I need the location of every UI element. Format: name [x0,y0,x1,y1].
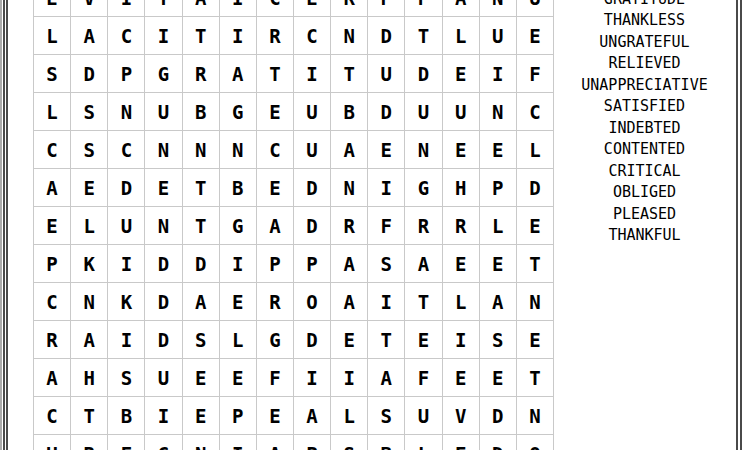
grid-cell[interactable]: C [34,397,71,435]
grid-cell[interactable]: O [517,435,554,450]
grid-cell[interactable]: T [183,17,220,55]
worksheet-page: EVITAICERPPANULACITIRCNDTLUESDPGRATITUDE… [0,0,750,450]
grid-cell[interactable]: N [517,397,554,435]
grid-cell[interactable]: N [183,131,220,169]
grid-cell[interactable]: E [480,245,517,283]
grid-cell[interactable]: S [71,131,108,169]
grid-cell[interactable]: L [517,131,554,169]
page-border-right-outer-line [740,0,742,450]
grid-cell[interactable]: T [368,321,405,359]
grid-cell[interactable]: P [368,0,405,17]
grid-cell[interactable]: N [517,283,554,321]
grid-cell[interactable]: G [145,435,182,450]
grid-cell[interactable]: C [257,0,294,17]
grid-cell[interactable]: U [145,93,182,131]
grid-cell[interactable]: C [108,131,145,169]
grid-cell[interactable]: D [405,55,442,93]
grid-cell[interactable]: I [145,17,182,55]
grid-cell[interactable]: S [480,321,517,359]
grid-cell[interactable]: L [405,435,442,450]
page-border-right-inner-line [736,0,738,450]
grid-cell[interactable]: F [405,359,442,397]
grid-cell[interactable]: A [71,321,108,359]
grid-cell[interactable]: N [331,169,368,207]
grid-cell[interactable]: L [34,93,71,131]
grid-cell[interactable]: N [183,435,220,450]
grid-cell[interactable]: E [443,131,480,169]
grid-cell[interactable]: E [443,55,480,93]
grid-cell[interactable]: I [220,435,257,450]
grid-cell[interactable]: P [294,245,331,283]
grid-cell[interactable]: I [108,245,145,283]
grid-cell[interactable]: D [480,397,517,435]
grid-cell[interactable]: C [257,131,294,169]
grid-cell[interactable]: S [368,397,405,435]
grid-cell[interactable]: R [257,17,294,55]
grid-cell[interactable]: R [71,435,108,450]
grid-cell[interactable]: U [108,207,145,245]
grid-cell[interactable]: A [480,283,517,321]
grid-cell[interactable]: R [183,55,220,93]
grid-cell[interactable]: U [405,397,442,435]
grid-cell[interactable]: A [405,245,442,283]
grid-cell[interactable]: T [405,283,442,321]
grid-cell[interactable]: E [517,17,554,55]
grid-cell[interactable]: B [331,93,368,131]
grid-cell[interactable]: O [294,283,331,321]
grid-cell[interactable]: N [71,283,108,321]
grid-cell[interactable]: E [517,207,554,245]
grid-cell[interactable]: E [34,207,71,245]
grid-cell[interactable]: E [443,359,480,397]
grid-cell[interactable]: D [294,321,331,359]
grid-cell[interactable]: F [517,55,554,93]
grid-cell[interactable]: E [517,321,554,359]
grid-cell[interactable]: S [34,55,71,93]
grid-cell[interactable]: L [443,283,480,321]
grid-cell[interactable]: D [71,55,108,93]
grid-cell[interactable]: S [368,245,405,283]
grid-cell[interactable]: U [294,93,331,131]
grid-cell[interactable]: D [294,207,331,245]
grid-cell[interactable]: U [34,435,71,450]
grid-cell[interactable]: E [220,359,257,397]
grid-cell[interactable]: E [183,359,220,397]
grid-cell[interactable]: C [108,17,145,55]
grid-cell[interactable]: L [34,17,71,55]
page-edge-shadow [0,0,2,450]
grid-cell[interactable]: A [331,283,368,321]
grid-cell[interactable]: E [443,435,480,450]
grid-cell[interactable]: H [443,169,480,207]
grid-cell[interactable]: I [443,321,480,359]
word-list-item: INDEBTED [555,118,734,139]
grid-cell[interactable]: L [331,397,368,435]
grid-cell[interactable]: C [517,93,554,131]
grid-cell[interactable]: L [71,207,108,245]
grid-cell[interactable]: E [331,321,368,359]
grid-cell[interactable]: A [220,55,257,93]
grid-cell[interactable]: R [34,321,71,359]
grid-cell[interactable]: K [71,245,108,283]
grid-cell[interactable]: T [71,397,108,435]
grid-cell[interactable]: G [405,169,442,207]
word-list-item: THANKLESS [555,10,734,31]
grid-cell[interactable]: T [145,0,182,17]
grid-cell[interactable]: P [405,0,442,17]
grid-cell[interactable]: T [257,55,294,93]
grid-cell[interactable]: F [257,359,294,397]
grid-cell[interactable]: A [257,207,294,245]
word-search-grid: EVITAICERPPANULACITIRCNDTLUESDPGRATITUDE… [33,0,554,450]
grid-cell[interactable]: A [331,245,368,283]
grid-cell[interactable]: G [257,321,294,359]
grid-cell[interactable]: D [517,169,554,207]
grid-cell[interactable]: T [331,55,368,93]
grid-cell[interactable]: L [480,207,517,245]
grid-cell[interactable]: P [108,55,145,93]
grid-cell[interactable]: R [331,0,368,17]
grid-cell[interactable]: I [108,0,145,17]
grid-cell[interactable]: T [517,245,554,283]
grid-cell[interactable]: G [220,207,257,245]
grid-cell[interactable]: D [480,435,517,450]
grid-cell[interactable]: E [220,283,257,321]
grid-cell[interactable]: E [257,93,294,131]
grid-cell[interactable]: T [183,169,220,207]
grid-cell[interactable]: D [368,17,405,55]
grid-cell[interactable]: N [405,131,442,169]
grid-cell[interactable]: A [294,397,331,435]
grid-cell[interactable]: U [368,55,405,93]
grid-cell[interactable]: T [517,359,554,397]
grid-cell[interactable]: I [331,359,368,397]
grid-cell[interactable]: V [71,0,108,17]
word-list: GRATITUDE THANKLESS UNGRATEFUL RELIEVED … [555,0,734,246]
grid-cell[interactable]: N [220,131,257,169]
grid-cell[interactable]: P [480,169,517,207]
grid-cell[interactable]: I [220,245,257,283]
grid-cell[interactable]: E [145,169,182,207]
grid-cell[interactable]: B [108,397,145,435]
grid-cell[interactable]: I [294,359,331,397]
grid-cell[interactable]: D [183,245,220,283]
grid-cell[interactable]: U [145,359,182,397]
grid-cell[interactable]: L [443,17,480,55]
grid-cell[interactable]: E [480,131,517,169]
grid-cell[interactable]: D [108,169,145,207]
grid-cell[interactable]: I [480,55,517,93]
word-list-item: CONTENTED [555,139,734,160]
grid-cell[interactable]: N [480,0,517,17]
grid-cell[interactable]: U [480,17,517,55]
grid-cell[interactable]: N [108,93,145,131]
grid-cell[interactable]: C [294,17,331,55]
grid-cell[interactable]: E [368,131,405,169]
page-border-left-inner-line [6,0,8,450]
grid-cell[interactable]: A [34,169,71,207]
grid-cell[interactable]: U [517,0,554,17]
grid-cell[interactable]: B [183,93,220,131]
grid-cell[interactable]: R [443,207,480,245]
grid-cell[interactable]: B [220,169,257,207]
grid-cell[interactable]: E [257,169,294,207]
grid-cell[interactable]: G [145,55,182,93]
grid-cell[interactable]: C [34,131,71,169]
grid-cell[interactable]: I [368,283,405,321]
grid-cell[interactable]: T [183,207,220,245]
grid-cell[interactable]: N [480,93,517,131]
grid-cell[interactable]: A [183,283,220,321]
grid-cell[interactable]: S [183,321,220,359]
grid-cell[interactable]: E [71,169,108,207]
grid-cell[interactable]: C [34,283,71,321]
grid-cell[interactable]: E [294,0,331,17]
grid-cell[interactable]: U [405,93,442,131]
grid-cell[interactable]: E [34,0,71,17]
grid-cell[interactable]: N [331,17,368,55]
grid-cell[interactable]: H [71,359,108,397]
word-list-item: THANKFUL [555,225,734,246]
page-border-left-outer-line [3,0,5,450]
grid-cell[interactable]: I [220,17,257,55]
grid-cell[interactable]: V [443,397,480,435]
word-list-item: OBLIGED [555,182,734,203]
grid-cell[interactable]: A [71,17,108,55]
grid-cell[interactable]: R [257,283,294,321]
grid-cell[interactable]: N [145,131,182,169]
grid-cell[interactable]: R [405,207,442,245]
grid-cell[interactable]: A [368,359,405,397]
grid-cell[interactable]: P [257,245,294,283]
grid-cell[interactable]: S [331,435,368,450]
word-list-item: UNGRATEFUL [555,32,734,53]
grid-cell[interactable]: D [145,245,182,283]
grid-cell[interactable]: S [71,93,108,131]
grid-cell[interactable]: L [220,321,257,359]
word-list-item: CRITICAL [555,161,734,182]
grid-cell[interactable]: E [183,397,220,435]
grid-cell[interactable]: I [294,55,331,93]
grid-cell[interactable]: I [220,0,257,17]
grid-cell[interactable]: K [108,283,145,321]
word-list-item: UNAPPRECIATIVE [555,75,734,96]
grid-cell[interactable]: P [220,397,257,435]
grid-cell[interactable]: E [257,397,294,435]
word-list-item: SATISFIED [555,96,734,117]
grid-cell[interactable]: A [443,0,480,17]
grid-cell[interactable]: E [480,359,517,397]
grid-cell[interactable]: D [368,93,405,131]
grid-cell[interactable]: T [405,17,442,55]
grid-cell[interactable]: R [331,207,368,245]
grid-cell[interactable]: U [294,131,331,169]
grid-cell[interactable]: P [294,435,331,450]
grid-cell[interactable]: I [368,169,405,207]
word-list-item: RELIEVED [555,53,734,74]
grid-cell[interactable]: D [145,283,182,321]
grid-cell[interactable]: S [108,359,145,397]
grid-cell[interactable]: B [368,435,405,450]
grid-cell[interactable]: A [183,0,220,17]
grid-cell[interactable]: E [405,321,442,359]
grid-cell[interactable]: E [443,245,480,283]
grid-cell[interactable]: E [108,435,145,450]
grid-cell[interactable]: F [368,207,405,245]
grid-cell[interactable]: I [145,397,182,435]
grid-cell[interactable]: N [145,207,182,245]
grid-cell[interactable]: A [331,131,368,169]
grid-cell[interactable]: D [294,169,331,207]
grid-cell[interactable]: A [257,435,294,450]
grid-cell[interactable]: G [220,93,257,131]
grid-cell[interactable]: A [34,359,71,397]
word-list-item: GRATITUDE [555,0,734,10]
grid-cell[interactable]: P [34,245,71,283]
grid-cell[interactable]: I [108,321,145,359]
word-list-item: PLEASED [555,204,734,225]
grid-cell[interactable]: U [443,93,480,131]
grid-cell[interactable]: D [145,321,182,359]
